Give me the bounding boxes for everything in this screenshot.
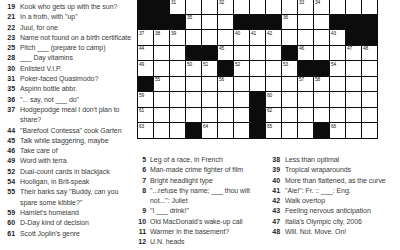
grid-cell-white[interactable]: 57: [298, 77, 313, 92]
grid-cell-white[interactable]: [266, 61, 281, 76]
grid-cell-white[interactable]: 45: [218, 46, 233, 61]
grid-cell-white[interactable]: [186, 30, 201, 45]
grid-cell-white[interactable]: [298, 15, 313, 30]
clue-item: 60D-Day kind of decision: [2, 218, 133, 228]
cell-number: 52: [235, 63, 240, 68]
clue-number: 48: [261, 227, 280, 237]
clue-text: Italia's Olympic city, 2006: [285, 217, 399, 227]
clue-item: 11Warmer in the basement?: [133, 227, 261, 237]
grid-cell-white[interactable]: 38: [154, 30, 169, 45]
clue-text: Old MacDonald's wake-up call: [150, 217, 261, 227]
grid-cell-black: [250, 108, 265, 123]
grid-cell-white[interactable]: 43: [330, 30, 345, 45]
clue-item: 10Old MacDonald's wake-up call: [133, 217, 261, 227]
grid-cell-black: [250, 123, 265, 138]
clue-text: Kook who gets up with the sun?: [20, 2, 133, 12]
grid-cell-white[interactable]: [218, 15, 233, 30]
grid-cell-white[interactable]: [202, 77, 217, 92]
clue-item: 28___ Day vitamins: [2, 53, 133, 63]
clue-item: 59Hamlet's homeland: [2, 208, 133, 218]
grid-cell-white[interactable]: [218, 108, 233, 123]
grid-cell-white[interactable]: [170, 61, 185, 76]
clue-text: Scott Joplin's genre: [20, 229, 133, 239]
clue-number: 41: [261, 186, 280, 196]
clue-number: 44: [2, 126, 15, 136]
grid-cell-white[interactable]: 65: [266, 123, 281, 138]
grid-cell-white[interactable]: 42: [266, 30, 281, 45]
clue-number: 28: [2, 53, 15, 63]
cell-number: 33: [299, 1, 304, 6]
grid-cell-white[interactable]: [218, 30, 233, 45]
grid-cell-white[interactable]: [282, 123, 297, 138]
clue-number: 47: [261, 217, 280, 227]
clue-number: 55: [2, 187, 15, 208]
grid-cell-white[interactable]: 53: [282, 61, 297, 76]
grid-cell-white[interactable]: [234, 108, 249, 123]
cell-number: 64: [203, 125, 208, 130]
clue-number: 12: [133, 237, 146, 247]
grid-cell-black: [154, 0, 169, 14]
grid-cell-white[interactable]: 50: [186, 61, 201, 76]
clue-number: 36: [2, 95, 15, 105]
grid-cell-black: [346, 15, 361, 30]
clue-number: 5: [133, 155, 146, 165]
grid-cell-white[interactable]: [186, 108, 201, 123]
cell-number: 31: [171, 1, 176, 6]
grid-cell-white[interactable]: [202, 92, 217, 107]
cell-number: 59: [139, 94, 144, 99]
clue-number: 19: [2, 2, 15, 12]
cell-number: 46: [299, 47, 304, 52]
grid-cell-white[interactable]: [170, 46, 185, 61]
cell-number: 49: [139, 63, 144, 68]
clue-text: "... say, not ___ do": [20, 95, 133, 105]
clue-number: 10: [133, 217, 146, 227]
grid-cell-white[interactable]: [362, 0, 377, 14]
grid-cell-white[interactable]: 36: [282, 15, 297, 30]
cell-number: 57: [299, 78, 304, 83]
clue-number: 8: [133, 186, 146, 207]
grid-cell-black: [250, 92, 265, 107]
clue-item: 7Bright headlight type: [133, 176, 261, 186]
clue-text: Man-made crime fighter of film: [150, 165, 261, 175]
cell-number: 40: [235, 32, 240, 37]
grid-cell-white[interactable]: 56: [218, 77, 233, 92]
grid-cell-white[interactable]: [298, 92, 313, 107]
cell-number: 54: [331, 63, 336, 68]
grid-cell-white[interactable]: [314, 108, 329, 123]
clue-text: Name not found on a birth certificate: [20, 33, 133, 43]
clue-text: In a froth, with "up": [20, 12, 133, 22]
cell-number: 48: [363, 47, 368, 52]
clue-number: 11: [133, 227, 146, 237]
grid-cell-white[interactable]: [266, 46, 281, 61]
grid-cell-white[interactable]: [250, 46, 265, 61]
clue-number: 7: [133, 176, 146, 186]
clue-text: Bright headlight type: [150, 176, 261, 186]
clue-text: ___ Day vitamins: [20, 53, 133, 63]
cell-number: 45: [219, 47, 224, 52]
cell-number: 38: [155, 32, 160, 37]
clue-item: 31Poker-faced Quasimodo?: [2, 74, 133, 84]
grid-cell-white[interactable]: [346, 77, 361, 92]
clue-text: "...refuse thy name; ___ thou wilt not..…: [150, 186, 261, 207]
grid-cell-white[interactable]: 31: [170, 0, 185, 14]
grid-cell-white[interactable]: [362, 77, 377, 92]
cell-number: 42: [267, 32, 272, 37]
grid-cell-white[interactable]: [266, 77, 281, 92]
grid-cell-white[interactable]: [282, 77, 297, 92]
clue-text: Their barks say "Buddy, can you spare so…: [20, 187, 133, 208]
clue-text: Dual-count cards in blackjack: [20, 167, 133, 177]
clue-item: 25Pitch ___ (prepare to camp): [2, 43, 133, 53]
grid-cell-black: [202, 46, 217, 61]
grid-cell-white[interactable]: [234, 0, 249, 14]
grid-cell-white[interactable]: [330, 92, 345, 107]
cell-number: 37: [139, 32, 144, 37]
cell-number: 43: [331, 32, 336, 37]
grid-cell-white[interactable]: 54: [330, 61, 345, 76]
cell-number: 56: [219, 78, 224, 83]
grid-cell-white[interactable]: 39: [170, 30, 185, 45]
grid-cell-white[interactable]: 52: [234, 61, 249, 76]
clue-item: 43Feeling nervous anticipation: [261, 206, 399, 216]
clue-text: Hodgepodge meal I don't plan to share?: [20, 105, 133, 126]
clue-number: 61: [2, 229, 15, 239]
clue-text: Feeling nervous anticipation: [285, 206, 399, 216]
clue-text: D-Day kind of decision: [20, 218, 133, 228]
grid-cell-white[interactable]: [282, 0, 297, 14]
grid-cell-white[interactable]: 60: [266, 92, 281, 107]
grid-cell-white[interactable]: [346, 61, 361, 76]
grid-cell-white[interactable]: [298, 123, 313, 138]
grid-cell-white[interactable]: [234, 123, 249, 138]
crossword-grid: 3132333435363738394041424344454647484950…: [137, 0, 378, 139]
grid-cell-black: [138, 15, 153, 30]
clue-text: U.N. heads: [150, 237, 261, 247]
clue-number: 49: [2, 156, 15, 166]
grid-cell-white[interactable]: [234, 77, 249, 92]
clue-number: 43: [261, 206, 280, 216]
clue-text: Enlisted V.I.P.: [20, 64, 133, 74]
grid-cell-black: [138, 0, 153, 14]
cell-number: 35: [187, 16, 192, 21]
grid-cell-white[interactable]: [170, 123, 185, 138]
grid-cell-white[interactable]: [154, 123, 169, 138]
grid-cell-white[interactable]: [346, 108, 361, 123]
grid-cell-white[interactable]: [346, 92, 361, 107]
clue-item: 19Kook who gets up with the sun?: [2, 2, 133, 12]
across-clues-column: 19Kook who gets up with the sun?21In a f…: [2, 2, 133, 239]
cell-number: 36: [283, 16, 288, 21]
clue-item: 54Hooligan, in Brit-speak: [2, 177, 133, 187]
grid-cell-white[interactable]: [330, 77, 345, 92]
grid-cell-white[interactable]: [218, 123, 233, 138]
grid-cell-white[interactable]: [314, 30, 329, 45]
grid-cell-white[interactable]: [154, 61, 169, 76]
clue-number: 6: [133, 165, 146, 175]
cell-number: 34: [315, 1, 320, 6]
grid-cell-white[interactable]: [186, 92, 201, 107]
grid-cell-white[interactable]: [170, 108, 185, 123]
cell-number: 41: [251, 32, 256, 37]
clue-text: Walk overtop: [285, 196, 399, 206]
clue-item: 44"Barefoot Contessa" cook Garten: [2, 126, 133, 136]
grid-cell-white[interactable]: [330, 108, 345, 123]
grid-cell-black: [218, 61, 233, 76]
clue-item: 38Less than optimal: [261, 155, 399, 165]
clue-item: 47Italia's Olympic city, 2006: [261, 217, 399, 227]
cell-number: 63: [139, 125, 144, 130]
grid-cell-black: [186, 46, 201, 61]
grid-cell-white[interactable]: 32: [218, 0, 233, 14]
clue-item: 21In a froth, with "up": [2, 12, 133, 22]
grid-cell-black: [250, 15, 265, 30]
grid-cell-white[interactable]: [314, 46, 329, 61]
grid-cell-white[interactable]: 58: [314, 77, 329, 92]
grid-cell-white[interactable]: 44: [138, 46, 153, 61]
grid-cell-white[interactable]: [218, 92, 233, 107]
grid-cell-white[interactable]: 34: [314, 0, 329, 14]
clue-text: "Barefoot Contessa" cook Garten: [20, 126, 133, 136]
clue-item: 42Walk overtop: [261, 196, 399, 206]
clue-text: Take care of: [20, 146, 133, 156]
grid-cell-white[interactable]: [346, 0, 361, 14]
grid-cell-white[interactable]: 62: [266, 108, 281, 123]
grid-cell-white[interactable]: 64: [202, 123, 217, 138]
clue-text: "I ___ drink!": [150, 206, 261, 216]
grid-cell-black: [234, 15, 249, 30]
cell-number: 66: [331, 125, 336, 130]
clue-item: 41"Aie!": Fr. :: ___: Eng.: [261, 186, 399, 196]
clue-number: 25: [2, 43, 15, 53]
clue-number: 52: [2, 167, 15, 177]
cell-number: 62: [267, 109, 272, 114]
clue-number: 30: [2, 64, 15, 74]
grid-cell-white[interactable]: 41: [250, 30, 265, 45]
grid-cell-white[interactable]: [266, 0, 281, 14]
clue-item: 46Take care of: [2, 146, 133, 156]
cell-number: 50: [187, 63, 192, 68]
clue-text: Hooligan, in Brit-speak: [20, 177, 133, 187]
grid-cell-white[interactable]: [250, 61, 265, 76]
grid-cell-black: [170, 15, 185, 30]
grid-cell-black: [362, 30, 377, 45]
grid-cell-white[interactable]: [202, 30, 217, 45]
clue-number: 45: [2, 136, 15, 146]
cell-number: 58: [315, 78, 320, 83]
clue-item: 40More than flattened, as the curve: [261, 176, 399, 186]
grid-cell-white[interactable]: [314, 15, 329, 30]
grid-cell-white[interactable]: [330, 46, 345, 61]
clue-item: 61Scott Joplin's genre: [2, 229, 133, 239]
clue-text: Pitch ___ (prepare to camp): [20, 43, 133, 53]
clue-number: 46: [2, 146, 15, 156]
grid-cell-white[interactable]: [314, 92, 329, 107]
grid-cell-white[interactable]: [234, 92, 249, 107]
clue-item: 8"...refuse thy name; ___ thou wilt not.…: [133, 186, 261, 207]
clue-text: More than flattened, as the curve: [285, 176, 399, 186]
grid-cell-black: [314, 61, 329, 76]
clue-number: 35: [2, 84, 15, 94]
grid-cell-white[interactable]: 37: [138, 30, 153, 45]
grid-cell-white[interactable]: [346, 123, 361, 138]
grid-cell-black: [138, 77, 153, 92]
grid-cell-white[interactable]: 33: [298, 0, 313, 14]
clue-text: Tropical wraparounds: [285, 165, 399, 175]
grid-cell-white[interactable]: 35: [186, 15, 201, 30]
clue-text: Will. Not. Move. On!: [285, 227, 399, 237]
grid-cell-white[interactable]: [234, 46, 249, 61]
cell-number: 55: [155, 78, 160, 83]
clue-text: Talk while staggering, maybe: [20, 136, 133, 146]
clue-item: 48Will. Not. Move. On!: [261, 227, 399, 237]
clue-number: 31: [2, 74, 15, 84]
clue-number: 21: [2, 12, 15, 22]
grid-cell-white[interactable]: [202, 15, 217, 30]
grid-cell-white[interactable]: [282, 108, 297, 123]
cell-number: 39: [171, 32, 176, 37]
grid-cell-black: [282, 46, 297, 61]
grid-cell-black: [154, 15, 169, 30]
grid-cell-black: [186, 123, 201, 138]
grid-cell-white[interactable]: 55: [154, 77, 169, 92]
grid-cell-white[interactable]: [282, 30, 297, 45]
grid-cell-white[interactable]: [170, 92, 185, 107]
grid-cell-white[interactable]: [362, 123, 377, 138]
clue-number: 59: [2, 208, 15, 218]
grid-cell-white[interactable]: [362, 61, 377, 76]
grid-cell-white[interactable]: 49: [138, 61, 153, 76]
clue-text: Warmer in the basement?: [150, 227, 261, 237]
clue-number: 23: [2, 33, 15, 43]
clue-item: 49Word with terra: [2, 156, 133, 166]
grid-cell-white[interactable]: [362, 108, 377, 123]
grid-cell-white[interactable]: 51: [202, 61, 217, 76]
grid-cell-white[interactable]: [186, 0, 201, 14]
cell-number: 32: [219, 1, 224, 6]
grid-cell-black: [346, 30, 361, 45]
grid-cell-white[interactable]: 59: [138, 92, 153, 107]
grid-cell-white[interactable]: [154, 92, 169, 107]
grid-cell-white[interactable]: [202, 0, 217, 14]
clue-item: 35Aspirin bottle abbr.: [2, 84, 133, 94]
grid-cell-white[interactable]: [154, 108, 169, 123]
cell-number: 47: [347, 47, 352, 52]
grid-cell-white[interactable]: 46: [298, 46, 313, 61]
down-clues-column-2: 38Less than optimal39Tropical wraparound…: [261, 155, 399, 237]
clue-item: 30Enlisted V.I.P.: [2, 64, 133, 74]
clue-text: Juul, for one: [20, 23, 133, 33]
grid-cell-black: [266, 15, 281, 30]
cell-number: 51: [203, 63, 208, 68]
grid-cell-black: [298, 61, 313, 76]
clue-item: 36"... say, not ___ do": [2, 95, 133, 105]
clue-number: 40: [261, 176, 280, 186]
clue-item: 52Dual-count cards in blackjack: [2, 167, 133, 177]
clue-number: 60: [2, 218, 15, 228]
clue-item: 39Tropical wraparounds: [261, 165, 399, 175]
grid-cell-white[interactable]: [202, 108, 217, 123]
grid-cell-white[interactable]: 48: [362, 46, 377, 61]
grid-cell-black: [362, 15, 377, 30]
cell-number: 65: [267, 125, 272, 130]
clue-item: 23Name not found on a birth certificate: [2, 33, 133, 43]
clue-number: 37: [2, 105, 15, 126]
clue-item: 12U.N. heads: [133, 237, 261, 247]
grid-cell-white[interactable]: [154, 46, 169, 61]
grid-cell-black: [330, 15, 345, 30]
clue-text: Less than optimal: [285, 155, 399, 165]
clue-item: 37Hodgepodge meal I don't plan to share?: [2, 105, 133, 126]
grid-cell-white[interactable]: [362, 92, 377, 107]
grid-cell-black: [314, 123, 329, 138]
clue-text: Aspirin bottle abbr.: [20, 84, 133, 94]
clue-number: 54: [2, 177, 15, 187]
cell-number: 60: [267, 94, 272, 99]
clue-number: 9: [133, 206, 146, 216]
clue-item: 55Their barks say "Buddy, can you spare …: [2, 187, 133, 208]
down-clues-column-1: 5Leg of a race, in French6Man-made crime…: [133, 155, 261, 248]
grid-cell-white[interactable]: [250, 77, 265, 92]
clue-text: "Aie!": Fr. :: ___: Eng.: [285, 186, 399, 196]
grid-cell-white[interactable]: 61: [138, 108, 153, 123]
grid-cell-white[interactable]: [298, 108, 313, 123]
grid-cell-white[interactable]: [250, 0, 265, 14]
clue-number: 22: [2, 23, 15, 33]
clue-number: 42: [261, 196, 280, 206]
cell-number: 53: [283, 63, 288, 68]
grid-cell-white[interactable]: 47: [346, 46, 361, 61]
grid-cell-white[interactable]: 63: [138, 123, 153, 138]
clue-number: 38: [261, 155, 280, 165]
grid-cell-white[interactable]: [170, 77, 185, 92]
clue-text: Leg of a race, in French: [150, 155, 261, 165]
clue-text: Poker-faced Quasimodo?: [20, 74, 133, 84]
grid-cell-white[interactable]: [282, 92, 297, 107]
clue-text: Word with terra: [20, 156, 133, 166]
clue-item: 6Man-made crime fighter of film: [133, 165, 261, 175]
clue-text: Hamlet's homeland: [20, 208, 133, 218]
grid-cell-white[interactable]: [330, 0, 345, 14]
grid-cell-white[interactable]: [186, 77, 201, 92]
clue-item: 9"I ___ drink!": [133, 206, 261, 216]
clue-item: 45Talk while staggering, maybe: [2, 136, 133, 146]
cell-number: 61: [139, 109, 144, 114]
grid-cell-white[interactable]: 40: [234, 30, 249, 45]
clue-number: 39: [261, 165, 280, 175]
clue-item: 5Leg of a race, in French: [133, 155, 261, 165]
cell-number: 44: [139, 47, 144, 52]
grid-cell-white[interactable]: [298, 30, 313, 45]
clue-item: 22Juul, for one: [2, 23, 133, 33]
grid-cell-white[interactable]: 66: [330, 123, 345, 138]
